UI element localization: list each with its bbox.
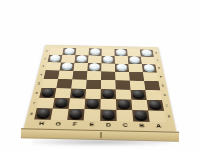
file-label-g: G: [49, 120, 67, 130]
white-checker-e3[interactable]: [89, 63, 100, 69]
board-grid: 1122334455667788HGFEDCBA: [24, 45, 176, 132]
rank-label-text: 8: [164, 111, 174, 123]
board-shadow: [32, 138, 170, 146]
white-checker-g3[interactable]: [62, 63, 73, 69]
board-border-corner: [166, 122, 176, 131]
file-label-text: C: [117, 121, 134, 131]
square-f3[interactable]: [73, 63, 87, 71]
square-e4[interactable]: [87, 71, 102, 80]
file-label-text: A: [150, 122, 168, 132]
square-b8[interactable]: [132, 110, 149, 122]
black-checker-d8[interactable]: [102, 110, 115, 119]
file-label-text: G: [49, 120, 67, 130]
square-d8[interactable]: [100, 109, 117, 121]
file-label-text: H: [32, 119, 51, 129]
black-checker-h6[interactable]: [42, 88, 55, 96]
square-d5[interactable]: [101, 80, 116, 89]
square-c8[interactable]: [116, 110, 133, 122]
black-checker-e7[interactable]: [87, 99, 99, 107]
square-b5[interactable]: [130, 81, 146, 90]
square-e6[interactable]: [85, 89, 101, 99]
square-e5[interactable]: [86, 80, 101, 89]
square-c7[interactable]: [116, 99, 132, 110]
black-checker-c7[interactable]: [118, 99, 130, 107]
square-f4[interactable]: [72, 71, 87, 80]
rank-label-right-2: 2: [154, 57, 162, 65]
rank-label-right-6: 6: [160, 90, 169, 100]
black-checker-f8[interactable]: [69, 109, 82, 118]
white-checker-f2[interactable]: [76, 55, 87, 61]
white-checker-a3[interactable]: [143, 64, 154, 70]
black-checker-d6[interactable]: [102, 89, 114, 97]
file-label-text: F: [66, 120, 84, 130]
rank-label-right-4: 4: [157, 73, 165, 82]
square-g8[interactable]: [51, 108, 69, 120]
rank-label-right-8: 8: [164, 111, 174, 123]
square-g4[interactable]: [58, 71, 73, 80]
file-label-d: D: [100, 121, 117, 131]
checkers-board: 1122334455667788HGFEDCBA: [24, 45, 176, 132]
rank-label-right-3: 3: [155, 64, 163, 72]
white-checker-c3[interactable]: [116, 64, 127, 70]
black-checker-f6[interactable]: [72, 89, 84, 97]
file-label-b: B: [133, 121, 151, 131]
rank-label-right-7: 7: [162, 100, 171, 111]
square-f5[interactable]: [71, 79, 87, 88]
file-label-text: D: [100, 121, 117, 131]
square-f8[interactable]: [67, 109, 84, 121]
file-label-e: E: [83, 120, 100, 130]
square-b6[interactable]: [131, 90, 147, 100]
square-g3[interactable]: [60, 62, 75, 70]
white-checker-a1[interactable]: [141, 49, 152, 55]
photo-background: 1122334455667788HGFEDCBA: [0, 0, 200, 150]
rank-label-text: 4: [157, 73, 165, 82]
file-label-f: F: [66, 120, 84, 130]
black-checker-b6[interactable]: [132, 90, 144, 98]
file-label-text: B: [133, 121, 151, 131]
square-e7[interactable]: [85, 99, 101, 110]
square-b4[interactable]: [129, 72, 144, 81]
black-checker-g7[interactable]: [55, 98, 68, 106]
square-g5[interactable]: [56, 79, 72, 88]
white-checker-d2[interactable]: [103, 56, 113, 62]
square-d4[interactable]: [101, 71, 115, 80]
white-checker-g1[interactable]: [64, 48, 75, 54]
square-f6[interactable]: [70, 89, 86, 99]
white-checker-h2[interactable]: [49, 55, 60, 61]
square-g6[interactable]: [55, 88, 72, 98]
rank-label-text: 7: [162, 100, 171, 111]
square-d3[interactable]: [101, 63, 115, 71]
black-checker-a7[interactable]: [149, 100, 162, 108]
square-c6[interactable]: [116, 89, 132, 99]
rank-label-text: 2: [154, 57, 162, 65]
square-d6[interactable]: [101, 89, 116, 99]
square-g7[interactable]: [53, 98, 70, 109]
black-checker-h8[interactable]: [37, 108, 51, 117]
square-c5[interactable]: [115, 80, 130, 89]
file-label-h: H: [32, 119, 51, 129]
rank-label-text: 5: [158, 81, 167, 90]
square-d7[interactable]: [100, 99, 116, 110]
square-c3[interactable]: [115, 64, 129, 72]
square-b7[interactable]: [131, 100, 148, 111]
square-e8[interactable]: [84, 109, 101, 121]
square-f7[interactable]: [69, 98, 86, 109]
rank-label-text: 6: [160, 90, 169, 100]
file-label-c: C: [117, 121, 134, 131]
rank-label-text: 3: [155, 64, 163, 72]
square-e3[interactable]: [87, 63, 101, 71]
white-checker-c1[interactable]: [116, 49, 126, 55]
file-label-text: E: [83, 120, 100, 130]
white-checker-b2[interactable]: [129, 56, 140, 62]
white-checker-e1[interactable]: [90, 48, 100, 54]
file-label-a: A: [150, 122, 168, 132]
rank-label-right-5: 5: [158, 81, 167, 90]
black-checker-b8[interactable]: [134, 110, 147, 119]
square-c4[interactable]: [115, 72, 130, 81]
board-tilt-wrapper: 1122334455667788HGFEDCBA: [24, 0, 179, 132]
